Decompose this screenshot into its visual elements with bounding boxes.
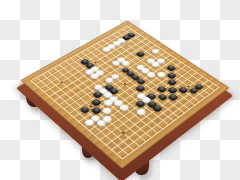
white-stone — [118, 103, 130, 111]
hoshi-point — [186, 86, 189, 88]
black-stone — [156, 86, 167, 94]
black-stone — [135, 85, 146, 93]
hoshi-point — [155, 107, 159, 110]
grid-lines — [30, 26, 219, 160]
black-stone — [167, 86, 178, 94]
goban-photo — [48, 7, 201, 160]
black-stone — [79, 106, 91, 114]
white-stone — [103, 91, 114, 99]
black-stone — [92, 91, 103, 99]
white-stone — [84, 118, 96, 127]
white-stone — [135, 92, 146, 100]
white-stone — [90, 114, 102, 123]
white-stone — [140, 96, 151, 104]
black-stone — [90, 106, 102, 115]
black-stone — [146, 100, 157, 108]
go-board — [20, 21, 229, 169]
black-stone — [188, 87, 199, 95]
white-stone — [101, 115, 113, 124]
goban-surface — [20, 21, 229, 169]
black-stone — [108, 88, 119, 96]
black-stone — [146, 93, 157, 101]
go-grid — [26, 24, 224, 164]
hoshi-point — [60, 81, 63, 83]
white-stone — [95, 119, 107, 128]
hoshi-point — [123, 83, 126, 85]
white-stone — [102, 107, 114, 116]
white-stone — [135, 108, 147, 117]
white-stone — [102, 99, 113, 107]
hoshi-point — [89, 105, 93, 108]
black-stone — [91, 98, 102, 106]
white-stone — [98, 87, 109, 95]
white-stone — [93, 83, 104, 91]
black-stone — [157, 93, 168, 101]
transparency-checkerboard — [0, 0, 240, 180]
black-stone — [167, 93, 178, 101]
black-stone — [151, 104, 163, 112]
black-stone — [135, 100, 146, 108]
white-stone — [113, 99, 124, 107]
white-stone — [108, 95, 119, 103]
black-stone — [103, 84, 114, 92]
black-stone — [178, 86, 189, 94]
hoshi-point — [121, 131, 125, 134]
